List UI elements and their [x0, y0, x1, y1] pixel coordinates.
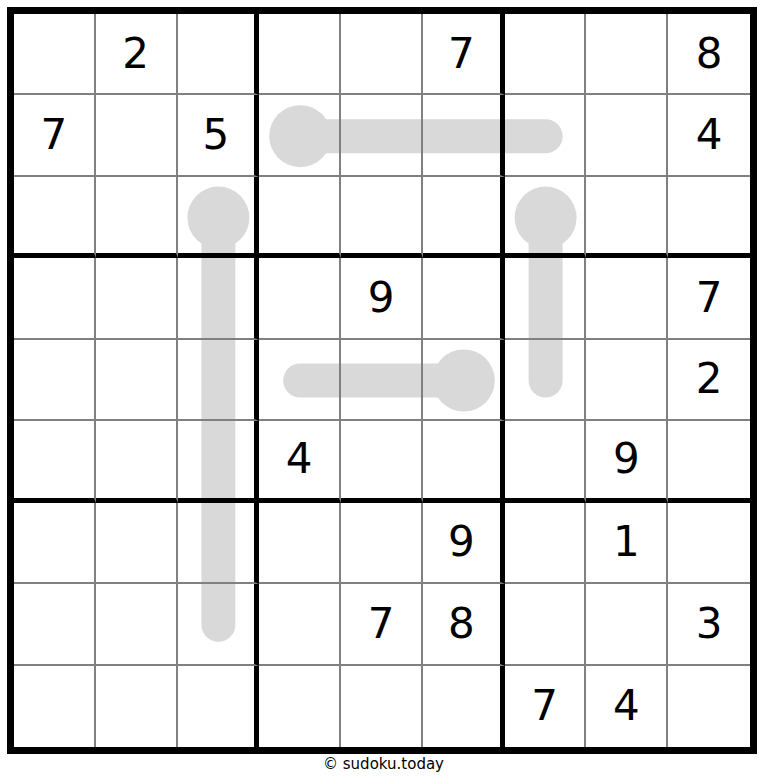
cell-r2c3[interactable]: 5 [178, 95, 260, 176]
cell-r8c4[interactable] [259, 584, 341, 665]
cell-r3c7[interactable] [505, 177, 587, 258]
cell-r1c7[interactable] [505, 14, 587, 95]
cell-r7c6[interactable]: 9 [423, 503, 505, 584]
given-digit: 9 [448, 521, 475, 563]
cell-r5c7[interactable] [505, 340, 587, 421]
cell-r4c1[interactable] [14, 258, 96, 339]
cell-r7c8[interactable]: 1 [586, 503, 668, 584]
cell-r7c3[interactable] [178, 503, 260, 584]
cell-r1c5[interactable] [341, 14, 423, 95]
cell-r9c3[interactable] [178, 666, 260, 747]
given-digit: 8 [696, 33, 723, 75]
cell-r1c1[interactable] [14, 14, 96, 95]
cell-r2c5[interactable] [341, 95, 423, 176]
cell-r5c1[interactable] [14, 340, 96, 421]
cell-r3c6[interactable] [423, 177, 505, 258]
cell-r3c4[interactable] [259, 177, 341, 258]
cell-r3c3[interactable] [178, 177, 260, 258]
cell-r8c7[interactable] [505, 584, 587, 665]
copyright-footer: © sudoku.today [0, 755, 767, 773]
cell-r2c2[interactable] [96, 95, 178, 176]
cell-r7c5[interactable] [341, 503, 423, 584]
cell-r4c8[interactable] [586, 258, 668, 339]
cell-r8c2[interactable] [96, 584, 178, 665]
cell-r3c1[interactable] [14, 177, 96, 258]
cell-r7c9[interactable] [668, 503, 750, 584]
cell-r1c2[interactable]: 2 [96, 14, 178, 95]
given-digit: 9 [613, 438, 640, 480]
cell-r5c2[interactable] [96, 340, 178, 421]
cell-r6c7[interactable] [505, 421, 587, 502]
cell-r4c4[interactable] [259, 258, 341, 339]
cell-grid: 278754972499178374 [14, 14, 750, 747]
given-digit: 4 [286, 438, 313, 480]
cell-r6c3[interactable] [178, 421, 260, 502]
given-digit: 7 [41, 114, 68, 156]
cell-r4c6[interactable] [423, 258, 505, 339]
cell-r9c7[interactable]: 7 [505, 666, 587, 747]
given-digit: 2 [696, 358, 723, 400]
given-digit: 7 [531, 685, 558, 727]
given-digit: 7 [448, 33, 475, 75]
cell-r2c8[interactable] [586, 95, 668, 176]
cell-r9c1[interactable] [14, 666, 96, 747]
cell-r6c5[interactable] [341, 421, 423, 502]
given-digit: 3 [696, 603, 723, 645]
cell-r8c6[interactable]: 8 [423, 584, 505, 665]
cell-r8c5[interactable]: 7 [341, 584, 423, 665]
cell-r9c8[interactable]: 4 [586, 666, 668, 747]
cell-r1c6[interactable]: 7 [423, 14, 505, 95]
cell-r9c5[interactable] [341, 666, 423, 747]
cell-r1c3[interactable] [178, 14, 260, 95]
cell-r5c4[interactable] [259, 340, 341, 421]
cell-r2c4[interactable] [259, 95, 341, 176]
given-digit: 2 [122, 33, 149, 75]
cell-r6c8[interactable]: 9 [586, 421, 668, 502]
cell-r5c5[interactable] [341, 340, 423, 421]
cell-r6c2[interactable] [96, 421, 178, 502]
cell-r5c6[interactable] [423, 340, 505, 421]
given-digit: 9 [368, 277, 395, 319]
cell-r1c4[interactable] [259, 14, 341, 95]
cell-r4c9[interactable]: 7 [668, 258, 750, 339]
given-digit: 8 [448, 603, 475, 645]
cell-r7c4[interactable] [259, 503, 341, 584]
cell-r7c7[interactable] [505, 503, 587, 584]
cell-r3c5[interactable] [341, 177, 423, 258]
sudoku-board: 278754972499178374 [7, 7, 757, 754]
cell-r7c2[interactable] [96, 503, 178, 584]
given-digit: 7 [368, 603, 395, 645]
cell-r9c2[interactable] [96, 666, 178, 747]
cell-r2c7[interactable] [505, 95, 587, 176]
cell-r6c6[interactable] [423, 421, 505, 502]
cell-r6c9[interactable] [668, 421, 750, 502]
given-digit: 5 [203, 114, 230, 156]
cell-r7c1[interactable] [14, 503, 96, 584]
cell-r1c8[interactable] [586, 14, 668, 95]
cell-r6c4[interactable]: 4 [259, 421, 341, 502]
cell-r4c5[interactable]: 9 [341, 258, 423, 339]
cell-r2c1[interactable]: 7 [14, 95, 96, 176]
cell-r9c4[interactable] [259, 666, 341, 747]
cell-r5c9[interactable]: 2 [668, 340, 750, 421]
cell-r5c8[interactable] [586, 340, 668, 421]
cell-r9c9[interactable] [668, 666, 750, 747]
cell-r4c2[interactable] [96, 258, 178, 339]
cell-r8c3[interactable] [178, 584, 260, 665]
cell-r2c9[interactable]: 4 [668, 95, 750, 176]
given-digit: 7 [696, 277, 723, 319]
cell-r8c8[interactable] [586, 584, 668, 665]
given-digit: 4 [613, 685, 640, 727]
cell-r4c3[interactable] [178, 258, 260, 339]
cell-r3c8[interactable] [586, 177, 668, 258]
cell-r3c2[interactable] [96, 177, 178, 258]
cell-r2c6[interactable] [423, 95, 505, 176]
cell-r8c1[interactable] [14, 584, 96, 665]
cell-r9c6[interactable] [423, 666, 505, 747]
given-digit: 1 [613, 521, 640, 563]
given-digit: 4 [696, 114, 723, 156]
cell-r4c7[interactable] [505, 258, 587, 339]
cell-r1c9[interactable]: 8 [668, 14, 750, 95]
cell-r3c9[interactable] [668, 177, 750, 258]
cell-r6c1[interactable] [14, 421, 96, 502]
cell-r8c9[interactable]: 3 [668, 584, 750, 665]
cell-r5c3[interactable] [178, 340, 260, 421]
